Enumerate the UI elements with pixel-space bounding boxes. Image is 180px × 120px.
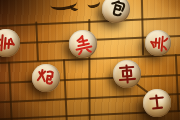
piece-red-advisor[interactable] bbox=[143, 89, 171, 117]
piece-red-cannon[interactable] bbox=[32, 64, 60, 92]
xiangqi-character-red-chariot bbox=[116, 63, 138, 85]
piece-red-chariot[interactable] bbox=[113, 60, 141, 88]
xiangqi-character-red-cannon bbox=[35, 67, 58, 90]
xiangqi-character-red-soldier-center bbox=[71, 32, 95, 56]
xiangqi-character-red-soldier-right bbox=[148, 33, 168, 53]
xiangqi-character-red-advisor bbox=[146, 92, 168, 114]
xiangqi-character-black-cannon bbox=[104, 0, 129, 21]
xiangqi-character-red-soldier-left bbox=[0, 32, 17, 54]
piece-red-soldier-right[interactable] bbox=[145, 30, 171, 56]
xiangqi-board-photo bbox=[0, 0, 180, 120]
piece-red-soldier-center[interactable] bbox=[69, 30, 97, 58]
